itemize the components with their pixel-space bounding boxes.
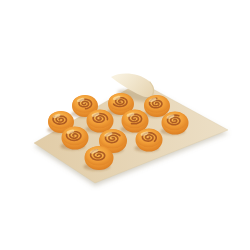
bun-top <box>85 146 112 165</box>
scene-svg <box>0 0 250 250</box>
bun-top <box>100 129 126 148</box>
bun-top <box>49 111 73 129</box>
product-photo <box>0 0 250 250</box>
bun-top <box>87 110 112 128</box>
bun-top <box>136 129 161 147</box>
